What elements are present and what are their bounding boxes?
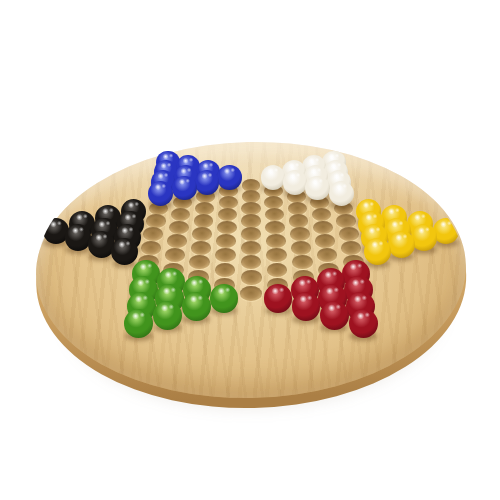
board-hole[interactable]: [288, 202, 307, 215]
board-hole[interactable]: [241, 214, 261, 227]
board-hole[interactable]: [194, 214, 214, 227]
marble-yellow[interactable]: [388, 231, 415, 258]
board-hole[interactable]: [339, 227, 359, 241]
board-hole[interactable]: [241, 241, 261, 255]
board-hole[interactable]: [289, 214, 309, 227]
board-hole[interactable]: [264, 196, 283, 209]
marble-white[interactable]: [261, 165, 285, 189]
marble-blue[interactable]: [217, 165, 241, 189]
board-hole[interactable]: [291, 241, 311, 255]
board-hole[interactable]: [191, 241, 211, 255]
board-hole[interactable]: [266, 248, 287, 262]
board-hole[interactable]: [217, 221, 237, 235]
marble-green[interactable]: [210, 284, 239, 313]
marble-red[interactable]: [320, 301, 349, 330]
board-hole[interactable]: [189, 255, 210, 269]
board-hole[interactable]: [315, 234, 335, 248]
board-hole[interactable]: [312, 208, 332, 221]
board-hole[interactable]: [267, 263, 288, 277]
marble-green[interactable]: [153, 301, 182, 330]
board-hole[interactable]: [219, 196, 238, 209]
marble-green[interactable]: [182, 292, 211, 321]
marble-blue[interactable]: [172, 176, 197, 201]
board-hole[interactable]: [241, 270, 262, 284]
marble-blue[interactable]: [195, 170, 220, 195]
marble-white[interactable]: [329, 181, 354, 206]
board-hole[interactable]: [141, 241, 161, 255]
board-hole[interactable]: [218, 208, 238, 221]
marble-red[interactable]: [264, 284, 293, 313]
board-hole[interactable]: [313, 221, 333, 235]
board-hole[interactable]: [169, 221, 189, 235]
board-hole[interactable]: [195, 202, 214, 215]
board-hole[interactable]: [336, 214, 356, 227]
board-hole[interactable]: [143, 227, 163, 241]
board-hole[interactable]: [290, 227, 310, 241]
board-hole[interactable]: [171, 208, 191, 221]
board-hole[interactable]: [241, 202, 260, 215]
scene: [0, 0, 500, 500]
board-hole[interactable]: [265, 221, 285, 235]
board-hole[interactable]: [216, 234, 236, 248]
marble-red[interactable]: [292, 292, 321, 321]
board-hole[interactable]: [146, 214, 166, 227]
board-hole[interactable]: [292, 255, 313, 269]
board-hole[interactable]: [165, 248, 186, 262]
board-hole[interactable]: [240, 286, 261, 301]
board-hole[interactable]: [241, 227, 261, 241]
board-hole[interactable]: [241, 255, 262, 269]
board-hole[interactable]: [266, 234, 286, 248]
marble-yellow[interactable]: [411, 224, 438, 251]
board-hole[interactable]: [215, 263, 236, 277]
board-hole[interactable]: [167, 234, 187, 248]
board-hole[interactable]: [317, 248, 338, 262]
board-hole[interactable]: [215, 248, 236, 262]
board-hole[interactable]: [265, 208, 285, 221]
board-hole[interactable]: [341, 241, 361, 255]
marble-white[interactable]: [283, 170, 308, 195]
board-hole[interactable]: [192, 227, 212, 241]
